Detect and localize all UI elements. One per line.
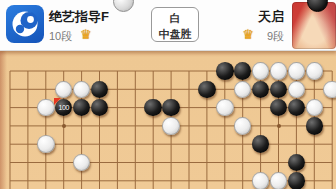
left-player-white-stone-indicator [113, 0, 134, 12]
move-number: 100 [55, 99, 73, 117]
result-method: 中盘胜 [152, 26, 198, 42]
black-stone: 100 [55, 99, 73, 117]
black-stone [288, 172, 306, 189]
black-stone [162, 99, 180, 117]
header-bar: 绝艺指导F 10段 ♛ 白 中盘胜 天启 9段 ♛ [0, 0, 336, 51]
white-stone [37, 135, 55, 153]
black-stone [234, 62, 252, 80]
star-point [62, 124, 66, 128]
right-player-crown-icon: ♛ [242, 27, 254, 42]
go-app-screen: 绝艺指导F 10段 ♛ 白 中盘胜 天启 9段 ♛ 100 [0, 0, 336, 189]
right-player-rank: 9段 [267, 29, 284, 44]
white-stone [252, 172, 270, 189]
white-stone [270, 172, 288, 189]
left-player-rank: 10段 [49, 29, 72, 44]
white-stone [323, 81, 336, 99]
result-winner: 白 [152, 10, 198, 26]
white-stone [162, 117, 180, 135]
black-stone [216, 62, 234, 80]
left-player-name: 绝艺指导F [49, 8, 109, 26]
white-stone [216, 99, 234, 117]
left-player-avatar[interactable] [6, 5, 44, 43]
right-player-name: 天启 [258, 8, 284, 26]
black-stone [198, 81, 216, 99]
go-board[interactable]: 100 [0, 50, 336, 189]
game-result-badge: 白 中盘胜 [151, 7, 199, 42]
white-stone [270, 62, 288, 80]
white-stone [234, 117, 252, 135]
white-stone [37, 99, 55, 117]
go-logo-icon [6, 5, 44, 43]
black-stone [306, 117, 324, 135]
star-point [277, 124, 281, 128]
white-stone [288, 81, 306, 99]
left-player-crown-icon: ♛ [80, 27, 92, 42]
white-stone [252, 62, 270, 80]
white-stone [288, 62, 306, 80]
white-stone [306, 62, 324, 80]
